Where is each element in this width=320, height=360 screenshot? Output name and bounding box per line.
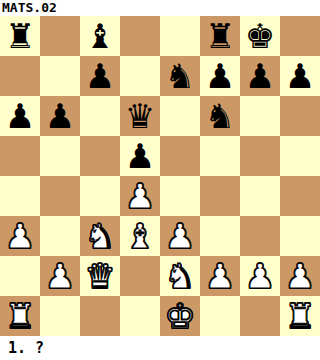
square-d4[interactable]: ♟ [120, 176, 160, 216]
square-e4[interactable] [160, 176, 200, 216]
white-pawn: ♟ [125, 176, 155, 216]
black-queen: ♛ [125, 96, 155, 136]
square-e3[interactable]: ♟ [160, 216, 200, 256]
white-king: ♚ [165, 296, 195, 336]
square-a4[interactable] [0, 176, 40, 216]
square-f3[interactable] [200, 216, 240, 256]
square-d5[interactable]: ♟ [120, 136, 160, 176]
black-rook: ♜ [205, 16, 235, 56]
square-f6[interactable]: ♞ [200, 96, 240, 136]
white-bishop: ♝ [125, 216, 155, 256]
square-c5[interactable] [80, 136, 120, 176]
white-pawn: ♟ [165, 216, 195, 256]
black-pawn: ♟ [45, 96, 75, 136]
square-e7[interactable]: ♞ [160, 56, 200, 96]
square-h1[interactable]: ♜ [280, 296, 320, 336]
square-f4[interactable] [200, 176, 240, 216]
square-a8[interactable]: ♜ [0, 16, 40, 56]
square-b1[interactable] [40, 296, 80, 336]
square-h7[interactable]: ♟ [280, 56, 320, 96]
square-g3[interactable] [240, 216, 280, 256]
white-rook: ♜ [5, 296, 35, 336]
square-d1[interactable] [120, 296, 160, 336]
square-f8[interactable]: ♜ [200, 16, 240, 56]
square-c4[interactable] [80, 176, 120, 216]
square-h8[interactable] [280, 16, 320, 56]
black-bishop: ♝ [85, 16, 115, 56]
square-d7[interactable] [120, 56, 160, 96]
chess-board: ♜♝♜♚♟♞♟♟♟♟♟♛♞♟♟♟♞♝♟♟♛♞♟♟♟♜♚♜ [0, 16, 320, 336]
square-c2[interactable]: ♛ [80, 256, 120, 296]
white-pawn: ♟ [45, 256, 75, 296]
white-pawn: ♟ [245, 256, 275, 296]
square-g7[interactable]: ♟ [240, 56, 280, 96]
white-knight: ♞ [165, 256, 195, 296]
square-g6[interactable] [240, 96, 280, 136]
square-g5[interactable] [240, 136, 280, 176]
square-h6[interactable] [280, 96, 320, 136]
square-c3[interactable]: ♞ [80, 216, 120, 256]
move-prompt: 1. ? [0, 336, 320, 360]
square-b3[interactable] [40, 216, 80, 256]
square-d8[interactable] [120, 16, 160, 56]
square-d2[interactable] [120, 256, 160, 296]
black-pawn: ♟ [245, 56, 275, 96]
square-h5[interactable] [280, 136, 320, 176]
square-e5[interactable] [160, 136, 200, 176]
black-knight: ♞ [205, 96, 235, 136]
square-b6[interactable]: ♟ [40, 96, 80, 136]
square-h3[interactable] [280, 216, 320, 256]
square-e1[interactable]: ♚ [160, 296, 200, 336]
black-knight: ♞ [165, 56, 195, 96]
square-b7[interactable] [40, 56, 80, 96]
square-c8[interactable]: ♝ [80, 16, 120, 56]
square-g2[interactable]: ♟ [240, 256, 280, 296]
square-e2[interactable]: ♞ [160, 256, 200, 296]
white-pawn: ♟ [285, 256, 315, 296]
square-b8[interactable] [40, 16, 80, 56]
black-pawn: ♟ [125, 136, 155, 176]
square-f2[interactable]: ♟ [200, 256, 240, 296]
square-b2[interactable]: ♟ [40, 256, 80, 296]
square-c6[interactable] [80, 96, 120, 136]
white-knight: ♞ [85, 216, 115, 256]
square-a3[interactable]: ♟ [0, 216, 40, 256]
square-g8[interactable]: ♚ [240, 16, 280, 56]
white-rook: ♜ [285, 296, 315, 336]
black-rook: ♜ [5, 16, 35, 56]
square-d3[interactable]: ♝ [120, 216, 160, 256]
square-c1[interactable] [80, 296, 120, 336]
square-g4[interactable] [240, 176, 280, 216]
square-c7[interactable]: ♟ [80, 56, 120, 96]
square-f7[interactable]: ♟ [200, 56, 240, 96]
square-b4[interactable] [40, 176, 80, 216]
black-pawn: ♟ [5, 96, 35, 136]
white-queen: ♛ [85, 256, 115, 296]
square-a2[interactable] [0, 256, 40, 296]
white-pawn: ♟ [205, 256, 235, 296]
puzzle-title: MATS.02 [0, 0, 320, 16]
square-h2[interactable]: ♟ [280, 256, 320, 296]
square-a5[interactable] [0, 136, 40, 176]
square-a1[interactable]: ♜ [0, 296, 40, 336]
black-pawn: ♟ [85, 56, 115, 96]
square-a7[interactable] [0, 56, 40, 96]
square-f5[interactable] [200, 136, 240, 176]
square-h4[interactable] [280, 176, 320, 216]
square-d6[interactable]: ♛ [120, 96, 160, 136]
black-king: ♚ [245, 16, 275, 56]
white-pawn: ♟ [5, 216, 35, 256]
square-b5[interactable] [40, 136, 80, 176]
square-f1[interactable] [200, 296, 240, 336]
black-pawn: ♟ [205, 56, 235, 96]
square-e6[interactable] [160, 96, 200, 136]
square-g1[interactable] [240, 296, 280, 336]
square-e8[interactable] [160, 16, 200, 56]
square-a6[interactable]: ♟ [0, 96, 40, 136]
black-pawn: ♟ [285, 56, 315, 96]
